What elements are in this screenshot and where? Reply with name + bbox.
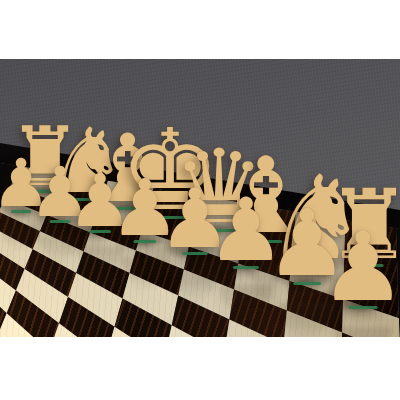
- piece-glyph-p: ♟: [320, 219, 400, 315]
- photo: ♜♜♞♞♝♝♚♚♛♛♝♝♞♞♜♜♟♟♟♟♟♟♟♟♟♟♟♟♟♟♟♟: [0, 59, 400, 337]
- piece-felt-base: [133, 240, 156, 243]
- product-photo-page: ♜♜♞♞♝♝♚♚♛♛♝♝♞♞♜♜♟♟♟♟♟♟♟♟♟♟♟♟♟♟♟♟: [0, 0, 400, 400]
- piece-felt-base: [233, 266, 259, 269]
- pieces-layer: ♜♜♞♞♝♝♚♚♛♛♝♝♞♞♜♜♟♟♟♟♟♟♟♟♟♟♟♟♟♟♟♟: [0, 59, 400, 337]
- piece-felt-base: [293, 282, 321, 285]
- piece-felt-base: [89, 230, 111, 233]
- white-margin-top: [0, 0, 400, 59]
- piece-felt-base: [349, 306, 378, 309]
- piece-felt-base: [183, 252, 208, 255]
- white-margin-bottom: [0, 337, 400, 400]
- piece-felt-base: [11, 210, 31, 213]
